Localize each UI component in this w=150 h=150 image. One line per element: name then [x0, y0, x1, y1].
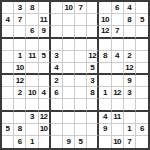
cell-r4c1-empty[interactable]	[2, 39, 14, 51]
cell-r10c6-empty[interactable]	[63, 112, 75, 124]
cell-r8c3-given: 10	[26, 87, 38, 99]
cell-r10c7-empty[interactable]	[75, 112, 87, 124]
cell-r1c2-given: 3	[14, 2, 26, 14]
cell-r1c3-given: 8	[26, 2, 38, 14]
cell-r11c5-empty[interactable]	[51, 124, 63, 136]
cell-r12c9-empty[interactable]	[99, 136, 111, 148]
cell-r10c12-empty[interactable]	[136, 112, 148, 124]
cell-r3c6-empty[interactable]	[63, 26, 75, 38]
cell-r6c12-empty[interactable]	[136, 63, 148, 75]
cell-r3c2-empty[interactable]	[14, 26, 26, 38]
cell-r10c5-empty[interactable]	[51, 112, 63, 124]
cell-r12c8-empty[interactable]	[87, 136, 99, 148]
cell-r2c9-given: 10	[99, 14, 111, 26]
cell-r11c7-empty[interactable]	[75, 124, 87, 136]
cell-r2c6-empty[interactable]	[63, 14, 75, 26]
cell-r12c4-empty[interactable]	[39, 136, 51, 148]
cell-r5c9-given: 8	[99, 51, 111, 63]
cell-r11c9-given: 9	[99, 124, 111, 136]
cell-r4c8-empty[interactable]	[87, 39, 99, 51]
cell-r5c7-empty[interactable]	[75, 51, 87, 63]
cell-r9c7-empty[interactable]	[75, 99, 87, 111]
cell-r7c3-empty[interactable]	[26, 75, 38, 87]
cell-r8c4-given: 4	[39, 87, 51, 99]
cell-r1c6-given: 10	[63, 2, 75, 14]
cell-r2c4-given: 11	[39, 14, 51, 26]
cell-r9c4-empty[interactable]	[39, 99, 51, 111]
cell-r7c8-given: 3	[87, 75, 99, 87]
cell-r4c12-empty[interactable]	[136, 39, 148, 51]
cell-r6c9-empty[interactable]	[99, 63, 111, 75]
cell-r6c1-empty[interactable]	[2, 63, 14, 75]
cell-r3c1-empty[interactable]	[2, 26, 14, 38]
cell-r6c2-given: 10	[14, 63, 26, 75]
cell-r11c3-empty[interactable]	[26, 124, 38, 136]
cell-r6c11-given: 12	[124, 63, 136, 75]
cell-r5c2-given: 1	[14, 51, 26, 63]
cell-r5c6-empty[interactable]	[63, 51, 75, 63]
sudoku-board: 3810764471110856912711153128421045121223…	[0, 0, 150, 150]
cell-r7c2-given: 12	[14, 75, 26, 87]
cell-r4c10-empty[interactable]	[112, 39, 124, 51]
cell-r2c1-given: 4	[2, 14, 14, 26]
cell-r6c6-empty[interactable]	[63, 63, 75, 75]
cell-r3c10-given: 7	[112, 26, 124, 38]
cell-r2c7-empty[interactable]	[75, 14, 87, 26]
cell-r11c12-given: 6	[136, 124, 148, 136]
cell-r10c9-given: 4	[99, 112, 111, 124]
cell-r5c11-given: 2	[124, 51, 136, 63]
cell-r5c4-given: 5	[39, 51, 51, 63]
cell-r2c12-given: 5	[136, 14, 148, 26]
cell-r12c6-given: 9	[63, 136, 75, 148]
cell-r3c9-given: 12	[99, 26, 111, 38]
cell-r1c12-empty[interactable]	[136, 2, 148, 14]
cell-r8c8-given: 8	[87, 87, 99, 99]
cell-r6c7-empty[interactable]	[75, 63, 87, 75]
cell-r4c7-empty[interactable]	[75, 39, 87, 51]
cell-r8c11-given: 3	[124, 87, 136, 99]
cell-r10c10-given: 11	[112, 112, 124, 124]
cell-r6c3-empty[interactable]	[26, 63, 38, 75]
cell-r4c11-empty[interactable]	[124, 39, 136, 51]
cell-r8c2-given: 2	[14, 87, 26, 99]
cell-r12c5-empty[interactable]	[51, 136, 63, 148]
cell-r1c5-empty[interactable]	[51, 2, 63, 14]
cell-r7c10-empty[interactable]	[112, 75, 124, 87]
cell-r4c9-empty[interactable]	[99, 39, 111, 51]
cell-r10c3-given: 3	[26, 112, 38, 124]
cell-r5c1-empty[interactable]	[2, 51, 14, 63]
cell-r1c4-empty[interactable]	[39, 2, 51, 14]
cell-r12c11-given: 7	[124, 136, 136, 148]
cell-r1c10-given: 6	[112, 2, 124, 14]
cell-r1c9-empty[interactable]	[99, 2, 111, 14]
cell-r7c7-empty[interactable]	[75, 75, 87, 87]
cell-r3c3-given: 6	[26, 26, 38, 38]
cell-r2c10-empty[interactable]	[112, 14, 124, 26]
cell-r1c11-given: 4	[124, 2, 136, 14]
cell-r3c4-given: 9	[39, 26, 51, 38]
cell-r9c10-empty[interactable]	[112, 99, 124, 111]
cell-r1c8-empty[interactable]	[87, 2, 99, 14]
cell-r9c5-empty[interactable]	[51, 99, 63, 111]
cell-r11c2-given: 8	[14, 124, 26, 136]
cell-r3c7-empty[interactable]	[75, 26, 87, 38]
cell-r6c5-given: 4	[51, 63, 63, 75]
cell-r8c6-empty[interactable]	[63, 87, 75, 99]
cell-r9c8-empty[interactable]	[87, 99, 99, 111]
cell-r7c12-empty[interactable]	[136, 75, 148, 87]
cell-r7c6-empty[interactable]	[63, 75, 75, 87]
cell-r2c11-given: 8	[124, 14, 136, 26]
cell-r4c2-empty[interactable]	[14, 39, 26, 51]
cell-r12c12-empty[interactable]	[136, 136, 148, 148]
cell-r6c10-empty[interactable]	[112, 63, 124, 75]
cell-r3c11-empty[interactable]	[124, 26, 136, 38]
cell-r9c6-empty[interactable]	[63, 99, 75, 111]
cell-r10c11-empty[interactable]	[124, 112, 136, 124]
cell-r4c5-empty[interactable]	[51, 39, 63, 51]
cell-r9c3-empty[interactable]	[26, 99, 38, 111]
cell-r8c5-given: 6	[51, 87, 63, 99]
cell-r11c1-given: 5	[2, 124, 14, 136]
cell-r4c3-empty[interactable]	[26, 39, 38, 51]
cell-r2c8-empty[interactable]	[87, 14, 99, 26]
cell-r4c4-empty[interactable]	[39, 39, 51, 51]
cell-r5c12-empty[interactable]	[136, 51, 148, 63]
cell-r12c2-given: 6	[14, 136, 26, 148]
cell-r3c5-empty[interactable]	[51, 26, 63, 38]
cell-r3c12-empty[interactable]	[136, 26, 148, 38]
cell-r8c7-empty[interactable]	[75, 87, 87, 99]
cell-r2c3-empty[interactable]	[26, 14, 38, 26]
cell-r11c11-given: 1	[124, 124, 136, 136]
cell-r10c2-empty[interactable]	[14, 112, 26, 124]
cell-r8c9-given: 1	[99, 87, 111, 99]
cell-r11c6-empty[interactable]	[63, 124, 75, 136]
cell-r11c10-empty[interactable]	[112, 124, 124, 136]
cell-r7c4-empty[interactable]	[39, 75, 51, 87]
cell-r9c1-empty[interactable]	[2, 99, 14, 111]
cell-r11c4-given: 10	[39, 124, 51, 136]
cell-r3c8-empty[interactable]	[87, 26, 99, 38]
cell-r4c6-empty[interactable]	[63, 39, 75, 51]
cell-r10c1-empty[interactable]	[2, 112, 14, 124]
cell-r8c12-empty[interactable]	[136, 87, 148, 99]
cell-r5c10-given: 4	[112, 51, 124, 63]
cell-r9c9-empty[interactable]	[99, 99, 111, 111]
cell-r11c8-empty[interactable]	[87, 124, 99, 136]
cell-r10c4-given: 12	[39, 112, 51, 124]
cell-r5c3-given: 11	[26, 51, 38, 63]
cell-r7c9-empty[interactable]	[99, 75, 111, 87]
cell-r9c12-empty[interactable]	[136, 99, 148, 111]
cell-r9c2-empty[interactable]	[14, 99, 26, 111]
cell-r5c8-given: 12	[87, 51, 99, 63]
cell-r8c1-empty[interactable]	[2, 87, 14, 99]
cell-r5c5-given: 3	[51, 51, 63, 63]
cell-r1c1-empty[interactable]	[2, 2, 14, 14]
cell-r2c2-given: 7	[14, 14, 26, 26]
cell-r10c8-empty[interactable]	[87, 112, 99, 124]
cell-r12c7-given: 5	[75, 136, 87, 148]
cell-r9c11-empty[interactable]	[124, 99, 136, 111]
cell-r7c11-given: 9	[124, 75, 136, 87]
cell-r6c8-given: 5	[87, 63, 99, 75]
cell-r12c1-empty[interactable]	[2, 136, 14, 148]
cell-r8c10-given: 12	[112, 87, 124, 99]
cell-r1c7-given: 7	[75, 2, 87, 14]
cell-r7c5-given: 2	[51, 75, 63, 87]
cell-r2c5-empty[interactable]	[51, 14, 63, 26]
cell-r12c3-given: 1	[26, 136, 38, 148]
cell-r6c4-empty[interactable]	[39, 63, 51, 75]
cell-r12c10-given: 10	[112, 136, 124, 148]
cell-r7c1-empty[interactable]	[2, 75, 14, 87]
